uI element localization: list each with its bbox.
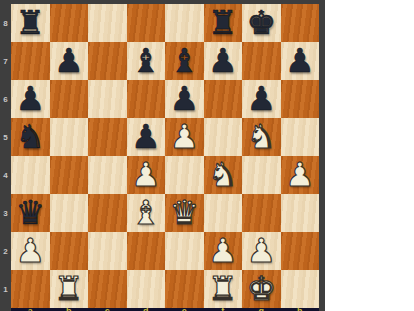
- board-frame: 87654321 ♜♜♚♟♝♝♟♟♟♟♟♞♟♟♞♟♞♟♛♝♛♟♟♟♜♜♚ abc…: [0, 0, 325, 311]
- square-g6[interactable]: ♟: [242, 80, 281, 118]
- square-a4[interactable]: [11, 156, 50, 194]
- square-d2[interactable]: [127, 232, 166, 270]
- square-a1[interactable]: [11, 270, 50, 308]
- page-background: 87654321 ♜♜♚♟♝♝♟♟♟♟♟♞♟♟♞♟♞♟♛♝♛♟♟♟♜♜♚ abc…: [0, 0, 414, 311]
- square-c5[interactable]: [88, 118, 127, 156]
- rank-label-5: 5: [0, 118, 11, 156]
- square-c6[interactable]: [88, 80, 127, 118]
- square-d3[interactable]: ♝: [127, 194, 166, 232]
- rank-label-2: 2: [0, 232, 11, 270]
- square-d5[interactable]: ♟: [127, 118, 166, 156]
- piece-black-knight: ♞: [11, 118, 50, 156]
- square-f1[interactable]: ♜: [204, 270, 243, 308]
- square-c3[interactable]: [88, 194, 127, 232]
- rank-label-7: 7: [0, 42, 11, 80]
- square-f7[interactable]: ♟: [204, 42, 243, 80]
- square-a6[interactable]: ♟: [11, 80, 50, 118]
- piece-black-queen: ♛: [11, 194, 50, 232]
- piece-black-pawn: ♟: [50, 42, 89, 80]
- square-c1[interactable]: [88, 270, 127, 308]
- square-h6[interactable]: [281, 80, 320, 118]
- square-g7[interactable]: [242, 42, 281, 80]
- square-f6[interactable]: [204, 80, 243, 118]
- square-g5[interactable]: ♞: [242, 118, 281, 156]
- piece-white-knight: ♞: [204, 156, 243, 194]
- square-h2[interactable]: [281, 232, 320, 270]
- square-a2[interactable]: ♟: [11, 232, 50, 270]
- square-a7[interactable]: [11, 42, 50, 80]
- square-h8[interactable]: [281, 4, 320, 42]
- rank-label-6: 6: [0, 80, 11, 118]
- square-h7[interactable]: ♟: [281, 42, 320, 80]
- square-d6[interactable]: [127, 80, 166, 118]
- piece-black-king: ♚: [242, 4, 281, 42]
- piece-black-pawn: ♟: [204, 42, 243, 80]
- piece-white-pawn: ♟: [281, 156, 320, 194]
- square-e5[interactable]: ♟: [165, 118, 204, 156]
- piece-black-bishop: ♝: [165, 42, 204, 80]
- square-g8[interactable]: ♚: [242, 4, 281, 42]
- square-c8[interactable]: [88, 4, 127, 42]
- piece-black-pawn: ♟: [165, 80, 204, 118]
- chess-board: ♜♜♚♟♝♝♟♟♟♟♟♞♟♟♞♟♞♟♛♝♛♟♟♟♜♜♚: [11, 4, 319, 308]
- square-b8[interactable]: [50, 4, 89, 42]
- piece-white-pawn: ♟: [11, 232, 50, 270]
- piece-white-bishop: ♝: [127, 194, 166, 232]
- piece-white-knight: ♞: [242, 118, 281, 156]
- square-c4[interactable]: [88, 156, 127, 194]
- square-f3[interactable]: [204, 194, 243, 232]
- piece-black-bishop: ♝: [127, 42, 166, 80]
- piece-black-rook: ♜: [204, 4, 243, 42]
- square-e6[interactable]: ♟: [165, 80, 204, 118]
- rank-label-3: 3: [0, 194, 11, 232]
- rank-coordinates: 87654321: [0, 4, 11, 308]
- piece-black-pawn: ♟: [281, 42, 320, 80]
- square-f4[interactable]: ♞: [204, 156, 243, 194]
- square-b1[interactable]: ♜: [50, 270, 89, 308]
- piece-white-pawn: ♟: [204, 232, 243, 270]
- square-b5[interactable]: [50, 118, 89, 156]
- square-d4[interactable]: ♟: [127, 156, 166, 194]
- rank-label-4: 4: [0, 156, 11, 194]
- rank-label-8: 8: [0, 4, 11, 42]
- piece-white-pawn: ♟: [165, 118, 204, 156]
- square-a5[interactable]: ♞: [11, 118, 50, 156]
- square-a8[interactable]: ♜: [11, 4, 50, 42]
- square-f8[interactable]: ♜: [204, 4, 243, 42]
- square-f2[interactable]: ♟: [204, 232, 243, 270]
- square-e3[interactable]: ♛: [165, 194, 204, 232]
- square-c2[interactable]: [88, 232, 127, 270]
- square-d8[interactable]: [127, 4, 166, 42]
- square-e1[interactable]: [165, 270, 204, 308]
- square-e4[interactable]: [165, 156, 204, 194]
- square-h1[interactable]: [281, 270, 320, 308]
- square-e7[interactable]: ♝: [165, 42, 204, 80]
- piece-white-queen: ♛: [165, 194, 204, 232]
- square-e8[interactable]: [165, 4, 204, 42]
- square-h5[interactable]: [281, 118, 320, 156]
- square-b7[interactable]: ♟: [50, 42, 89, 80]
- square-h3[interactable]: [281, 194, 320, 232]
- piece-black-pawn: ♟: [127, 118, 166, 156]
- square-b3[interactable]: [50, 194, 89, 232]
- square-c7[interactable]: [88, 42, 127, 80]
- square-g1[interactable]: ♚: [242, 270, 281, 308]
- piece-white-king: ♚: [242, 270, 281, 308]
- square-g3[interactable]: [242, 194, 281, 232]
- square-b6[interactable]: [50, 80, 89, 118]
- square-d1[interactable]: [127, 270, 166, 308]
- square-g4[interactable]: [242, 156, 281, 194]
- piece-white-pawn: ♟: [127, 156, 166, 194]
- square-f5[interactable]: [204, 118, 243, 156]
- piece-black-pawn: ♟: [242, 80, 281, 118]
- square-b2[interactable]: [50, 232, 89, 270]
- square-e2[interactable]: [165, 232, 204, 270]
- piece-white-rook: ♜: [50, 270, 89, 308]
- square-d7[interactable]: ♝: [127, 42, 166, 80]
- piece-black-pawn: ♟: [11, 80, 50, 118]
- piece-white-pawn: ♟: [242, 232, 281, 270]
- piece-white-rook: ♜: [204, 270, 243, 308]
- square-b4[interactable]: [50, 156, 89, 194]
- square-h4[interactable]: ♟: [281, 156, 320, 194]
- square-a3[interactable]: ♛: [11, 194, 50, 232]
- piece-black-rook: ♜: [11, 4, 50, 42]
- square-g2[interactable]: ♟: [242, 232, 281, 270]
- rank-label-1: 1: [0, 270, 11, 308]
